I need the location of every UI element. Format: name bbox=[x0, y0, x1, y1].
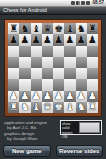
square-c5[interactable] bbox=[31, 57, 42, 68]
square-f1[interactable]: ♝ bbox=[64, 102, 75, 113]
square-h6[interactable] bbox=[87, 46, 98, 57]
square-e5[interactable] bbox=[53, 57, 64, 68]
piece-white-pawn: ♟ bbox=[54, 91, 63, 101]
square-e7[interactable]: ♟ bbox=[53, 34, 64, 45]
show-valid-moves-label: show valid moves ON bbox=[61, 121, 78, 134]
piece-white-pawn: ♟ bbox=[9, 91, 18, 101]
piece-black-pawn: ♟ bbox=[88, 34, 97, 44]
piece-white-pawn: ♟ bbox=[32, 91, 41, 101]
piece-black-pawn: ♟ bbox=[9, 34, 18, 44]
square-b4[interactable] bbox=[19, 68, 30, 79]
usb-icon bbox=[71, 1, 75, 5]
title-bar: Chess for Android bbox=[0, 7, 106, 15]
info-row: application and engine by Aart J.C. Bik … bbox=[4, 120, 102, 141]
square-g7[interactable]: ♟ bbox=[76, 34, 87, 45]
square-d8[interactable]: ♛ bbox=[42, 23, 53, 34]
square-h5[interactable] bbox=[87, 57, 98, 68]
square-d6[interactable] bbox=[42, 46, 53, 57]
square-c4[interactable] bbox=[31, 68, 42, 79]
app-screen: 08:57 Chess for Android ♜♞♝♛♚♝♞♜♟♟♟♟♟♟♟♟… bbox=[0, 0, 106, 159]
square-a4[interactable] bbox=[8, 68, 19, 79]
square-d7[interactable]: ♟ bbox=[42, 34, 53, 45]
credits-line: by Joseph Wain bbox=[4, 136, 47, 141]
square-g2[interactable]: ♟ bbox=[76, 91, 87, 102]
square-e6[interactable] bbox=[53, 46, 64, 57]
square-a6[interactable] bbox=[8, 46, 19, 57]
status-time: 08:57 bbox=[92, 1, 104, 6]
square-a8[interactable]: ♜ bbox=[8, 23, 19, 34]
piece-white-king: ♚ bbox=[54, 102, 63, 112]
new-game-button[interactable]: New game bbox=[3, 145, 51, 157]
piece-white-pawn: ♟ bbox=[43, 91, 52, 101]
square-a3[interactable] bbox=[8, 79, 19, 90]
square-c3[interactable] bbox=[31, 79, 42, 90]
board-frame: ♜♞♝♛♚♝♞♜♟♟♟♟♟♟♟♟♟♟♟♟♟♟♟♟♜♞♝♛♚♝♞♜ bbox=[4, 19, 102, 117]
square-f2[interactable]: ♟ bbox=[64, 91, 75, 102]
square-d5[interactable] bbox=[42, 57, 53, 68]
square-g5[interactable] bbox=[76, 57, 87, 68]
piece-white-rook: ♜ bbox=[88, 102, 97, 112]
chess-board[interactable]: ♜♞♝♛♚♝♞♜♟♟♟♟♟♟♟♟♟♟♟♟♟♟♟♟♜♞♝♛♚♝♞♜ bbox=[8, 23, 98, 113]
battery-icon bbox=[81, 1, 85, 5]
piece-black-pawn: ♟ bbox=[43, 34, 52, 44]
square-b6[interactable] bbox=[19, 46, 30, 57]
piece-black-pawn: ♟ bbox=[54, 34, 63, 44]
square-a7[interactable]: ♟ bbox=[8, 34, 19, 45]
piece-white-rook: ♜ bbox=[9, 102, 18, 112]
square-e3[interactable] bbox=[53, 79, 64, 90]
square-h7[interactable]: ♟ bbox=[87, 34, 98, 45]
square-d3[interactable] bbox=[42, 79, 53, 90]
piece-white-knight: ♞ bbox=[77, 102, 86, 112]
piece-black-king: ♚ bbox=[54, 23, 63, 33]
reverse-sides-button[interactable]: Reverse sides bbox=[56, 145, 104, 157]
square-f3[interactable] bbox=[64, 79, 75, 90]
piece-black-pawn: ♟ bbox=[32, 34, 41, 44]
square-g8[interactable]: ♞ bbox=[76, 23, 87, 34]
show-valid-moves-toggle[interactable]: show valid moves ON bbox=[60, 120, 102, 135]
square-h1[interactable]: ♜ bbox=[87, 102, 98, 113]
square-e2[interactable]: ♟ bbox=[53, 91, 64, 102]
square-a2[interactable]: ♟ bbox=[8, 91, 19, 102]
square-g4[interactable] bbox=[76, 68, 87, 79]
status-bar: 08:57 bbox=[0, 0, 106, 7]
square-b7[interactable]: ♟ bbox=[19, 34, 30, 45]
piece-black-rook: ♜ bbox=[88, 23, 97, 33]
square-h3[interactable] bbox=[87, 79, 98, 90]
square-c6[interactable] bbox=[31, 46, 42, 57]
piece-white-pawn: ♟ bbox=[88, 91, 97, 101]
square-f8[interactable]: ♝ bbox=[64, 23, 75, 34]
piece-white-bishop: ♝ bbox=[65, 102, 74, 112]
piece-black-queen: ♛ bbox=[43, 23, 52, 33]
square-c1[interactable]: ♝ bbox=[31, 102, 42, 113]
square-f6[interactable] bbox=[64, 46, 75, 57]
piece-black-pawn: ♟ bbox=[20, 34, 29, 44]
square-b5[interactable] bbox=[19, 57, 30, 68]
square-e1[interactable]: ♚ bbox=[53, 102, 64, 113]
square-g1[interactable]: ♞ bbox=[76, 102, 87, 113]
square-c2[interactable]: ♟ bbox=[31, 91, 42, 102]
square-d4[interactable] bbox=[42, 68, 53, 79]
square-f4[interactable] bbox=[64, 68, 75, 79]
square-f5[interactable] bbox=[64, 57, 75, 68]
alarm-icon bbox=[86, 1, 90, 5]
button-bar: New game Reverse sides bbox=[0, 145, 106, 157]
square-h2[interactable]: ♟ bbox=[87, 91, 98, 102]
square-c7[interactable]: ♟ bbox=[31, 34, 42, 45]
piece-black-pawn: ♟ bbox=[77, 34, 86, 44]
square-a1[interactable]: ♜ bbox=[8, 102, 19, 113]
piece-black-knight: ♞ bbox=[77, 23, 86, 33]
piece-white-pawn: ♟ bbox=[65, 91, 74, 101]
square-a5[interactable] bbox=[8, 57, 19, 68]
piece-black-bishop: ♝ bbox=[65, 23, 74, 33]
square-e4[interactable] bbox=[53, 68, 64, 79]
show-valid-moves-checkbox[interactable] bbox=[79, 122, 100, 133]
square-f7[interactable]: ♟ bbox=[64, 34, 75, 45]
square-b1[interactable]: ♞ bbox=[19, 102, 30, 113]
square-g6[interactable] bbox=[76, 46, 87, 57]
square-g3[interactable] bbox=[76, 79, 87, 90]
piece-black-pawn: ♟ bbox=[65, 34, 74, 44]
square-e8[interactable]: ♚ bbox=[53, 23, 64, 34]
square-b3[interactable] bbox=[19, 79, 30, 90]
piece-black-bishop: ♝ bbox=[32, 23, 41, 33]
piece-white-pawn: ♟ bbox=[20, 91, 29, 101]
piece-white-queen: ♛ bbox=[43, 102, 52, 112]
app-title: Chess for Android bbox=[3, 8, 47, 14]
piece-black-knight: ♞ bbox=[20, 23, 29, 33]
piece-white-knight: ♞ bbox=[20, 102, 29, 112]
piece-black-rook: ♜ bbox=[9, 23, 18, 33]
piece-white-bishop: ♝ bbox=[32, 102, 41, 112]
square-b8[interactable]: ♞ bbox=[19, 23, 30, 34]
square-h4[interactable] bbox=[87, 68, 98, 79]
piece-white-pawn: ♟ bbox=[77, 91, 86, 101]
square-d1[interactable]: ♛ bbox=[42, 102, 53, 113]
square-c8[interactable]: ♝ bbox=[31, 23, 42, 34]
square-h8[interactable]: ♜ bbox=[87, 23, 98, 34]
credits-text: application and engine by Aart J.C. Bik … bbox=[4, 120, 47, 141]
square-b2[interactable]: ♟ bbox=[19, 91, 30, 102]
signal-icon bbox=[76, 1, 80, 5]
square-d2[interactable]: ♟ bbox=[42, 91, 53, 102]
